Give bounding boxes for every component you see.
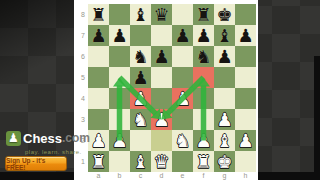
file-label-g: g xyxy=(214,171,235,180)
white-pawn-d3[interactable]: ♟ xyxy=(153,109,169,130)
black-pawn-b7[interactable]: ♟ xyxy=(111,25,127,46)
square-b5[interactable] xyxy=(109,67,130,88)
rank-label-6: 6 xyxy=(74,46,87,67)
file-label-d: d xyxy=(151,171,172,180)
square-f4[interactable] xyxy=(193,88,214,109)
white-bishop-c1[interactable]: ♝ xyxy=(132,151,148,172)
square-f1[interactable]: ♜ xyxy=(193,151,214,172)
file-coordinates: abcdefgh xyxy=(88,171,256,180)
rank-label-5: 5 xyxy=(74,67,87,88)
square-f8[interactable]: ♜ xyxy=(193,4,214,25)
square-a3[interactable] xyxy=(88,109,109,130)
square-a6[interactable] xyxy=(88,46,109,67)
signup-button[interactable]: Sign Up - it's FREE! xyxy=(5,156,67,171)
square-g5[interactable] xyxy=(214,67,235,88)
square-e2[interactable]: ♞ xyxy=(172,130,193,151)
square-b6[interactable] xyxy=(109,46,130,67)
white-rook-f1[interactable]: ♜ xyxy=(195,151,211,172)
video-frame: 87654321 ♜♝♛♜♚♟♟♟♟♝♟♞♟♞♟♟♟♟♞♟♟♟♟♞♟♝♟♜♝♛♜… xyxy=(0,0,320,180)
black-pawn-e7[interactable]: ♟ xyxy=(174,25,190,46)
file-label-h: h xyxy=(235,171,256,180)
white-pawn-g3[interactable]: ♟ xyxy=(216,109,232,130)
square-g4[interactable] xyxy=(214,88,235,109)
file-label-e: e xyxy=(172,171,193,180)
black-knight-f6[interactable]: ♞ xyxy=(195,46,211,67)
white-pawn-f2[interactable]: ♟ xyxy=(195,130,211,151)
file-label-f: f xyxy=(193,171,214,180)
square-g1[interactable]: ♚ xyxy=(214,151,235,172)
square-g6[interactable]: ♟ xyxy=(214,46,235,67)
square-c4[interactable]: ♟ xyxy=(130,88,151,109)
file-label-c: c xyxy=(130,171,151,180)
white-pawn-a2[interactable]: ♟ xyxy=(90,130,106,151)
square-h8[interactable] xyxy=(235,4,256,25)
square-h5[interactable] xyxy=(235,67,256,88)
square-a1[interactable]: ♜ xyxy=(88,151,109,172)
square-g7[interactable]: ♝ xyxy=(214,25,235,46)
rank-label-4: 4 xyxy=(74,88,87,109)
background-vignette xyxy=(0,0,74,120)
logo-brand-text: Chess xyxy=(23,131,62,146)
white-rook-a1[interactable]: ♜ xyxy=(90,151,106,172)
square-e6[interactable] xyxy=(172,46,193,67)
rank-label-7: 7 xyxy=(74,25,87,46)
square-c7[interactable] xyxy=(130,25,151,46)
square-a2[interactable]: ♟ xyxy=(88,130,109,151)
letterbox-bottom-left xyxy=(0,172,74,180)
rank-label-8: 8 xyxy=(74,4,87,25)
chesscom-logo[interactable]: ♟ Chess .com xyxy=(6,129,90,147)
rank-label-3: 3 xyxy=(74,109,87,130)
letterbox-bottom-right xyxy=(258,172,320,180)
square-b4[interactable] xyxy=(109,88,130,109)
square-f2[interactable]: ♟ xyxy=(193,130,214,151)
square-c8[interactable]: ♝ xyxy=(130,4,151,25)
square-g8[interactable]: ♚ xyxy=(214,4,235,25)
square-e8[interactable] xyxy=(172,4,193,25)
black-rook-f8[interactable]: ♜ xyxy=(195,4,211,25)
black-bishop-g7[interactable]: ♝ xyxy=(216,25,232,46)
square-g3[interactable]: ♟ xyxy=(214,109,235,130)
square-a8[interactable]: ♜ xyxy=(88,4,109,25)
black-pawn-g6[interactable]: ♟ xyxy=(216,46,232,67)
square-e4[interactable]: ♟ xyxy=(172,88,193,109)
square-h3[interactable] xyxy=(235,109,256,130)
square-e5[interactable] xyxy=(172,67,193,88)
square-c1[interactable]: ♝ xyxy=(130,151,151,172)
black-pawn-h7[interactable]: ♟ xyxy=(237,25,253,46)
letterbox-right-edge xyxy=(314,56,320,180)
file-label-b: b xyxy=(109,171,130,180)
logo-tagline: play. learn. share. xyxy=(25,149,82,155)
square-b2[interactable]: ♟ xyxy=(109,130,130,151)
square-e7[interactable]: ♟ xyxy=(172,25,193,46)
square-c5[interactable]: ♟ xyxy=(130,67,151,88)
chess-board[interactable]: ♜♝♛♜♚♟♟♟♟♝♟♞♟♞♟♟♟♟♞♟♟♟♟♞♟♝♟♜♝♛♜♚ xyxy=(88,4,256,172)
black-king-g8[interactable]: ♚ xyxy=(216,4,232,25)
square-f7[interactable]: ♟ xyxy=(193,25,214,46)
square-a5[interactable] xyxy=(88,67,109,88)
square-b1[interactable] xyxy=(109,151,130,172)
square-f6[interactable]: ♞ xyxy=(193,46,214,67)
square-c6[interactable]: ♞ xyxy=(130,46,151,67)
square-h2[interactable]: ♟ xyxy=(235,130,256,151)
square-a7[interactable]: ♟ xyxy=(88,25,109,46)
logo-tld-text: .com xyxy=(62,131,90,145)
square-b8[interactable] xyxy=(109,4,130,25)
white-knight-e2[interactable]: ♞ xyxy=(174,130,190,151)
square-a4[interactable] xyxy=(88,88,109,109)
square-c3[interactable]: ♞ xyxy=(130,109,151,130)
square-f3[interactable] xyxy=(193,109,214,130)
black-rook-a8[interactable]: ♜ xyxy=(90,4,106,25)
pawn-logo-icon: ♟ xyxy=(6,131,21,146)
square-c2[interactable] xyxy=(130,130,151,151)
square-d3[interactable]: ♟ xyxy=(151,109,172,130)
background-right xyxy=(258,0,320,180)
square-e1[interactable] xyxy=(172,151,193,172)
square-d5[interactable] xyxy=(151,67,172,88)
square-d6[interactable]: ♟ xyxy=(151,46,172,67)
square-b3[interactable] xyxy=(109,109,130,130)
square-d2[interactable] xyxy=(151,130,172,151)
white-king-g1[interactable]: ♚ xyxy=(216,151,232,172)
black-knight-c6[interactable]: ♞ xyxy=(132,46,148,67)
square-e3[interactable] xyxy=(172,109,193,130)
white-pawn-c4[interactable]: ♟ xyxy=(132,88,148,109)
black-queen-d8[interactable]: ♛ xyxy=(153,4,169,25)
white-bishop-g2[interactable]: ♝ xyxy=(216,130,232,151)
white-knight-c3[interactable]: ♞ xyxy=(132,109,148,130)
square-h6[interactable] xyxy=(235,46,256,67)
chess-board-panel: 87654321 ♜♝♛♜♚♟♟♟♟♝♟♞♟♞♟♟♟♟♞♟♟♟♟♞♟♝♟♜♝♛♜… xyxy=(74,0,258,180)
black-pawn-f7[interactable]: ♟ xyxy=(195,25,211,46)
black-pawn-a7[interactable]: ♟ xyxy=(90,25,106,46)
white-queen-d1[interactable]: ♛ xyxy=(153,151,169,172)
square-d1[interactable]: ♛ xyxy=(151,151,172,172)
square-g2[interactable]: ♝ xyxy=(214,130,235,151)
square-d8[interactable]: ♛ xyxy=(151,4,172,25)
square-f5[interactable] xyxy=(193,67,214,88)
black-bishop-c8[interactable]: ♝ xyxy=(132,4,148,25)
square-d4[interactable] xyxy=(151,88,172,109)
square-h7[interactable]: ♟ xyxy=(235,25,256,46)
square-d7[interactable] xyxy=(151,25,172,46)
white-pawn-e4[interactable]: ♟ xyxy=(174,88,190,109)
square-h1[interactable] xyxy=(235,151,256,172)
white-pawn-h2[interactable]: ♟ xyxy=(237,130,253,151)
black-pawn-c5[interactable]: ♟ xyxy=(132,67,148,88)
white-pawn-b2[interactable]: ♟ xyxy=(111,130,127,151)
square-b7[interactable]: ♟ xyxy=(109,25,130,46)
black-pawn-d6[interactable]: ♟ xyxy=(153,46,169,67)
file-label-a: a xyxy=(88,171,109,180)
square-h4[interactable] xyxy=(235,88,256,109)
